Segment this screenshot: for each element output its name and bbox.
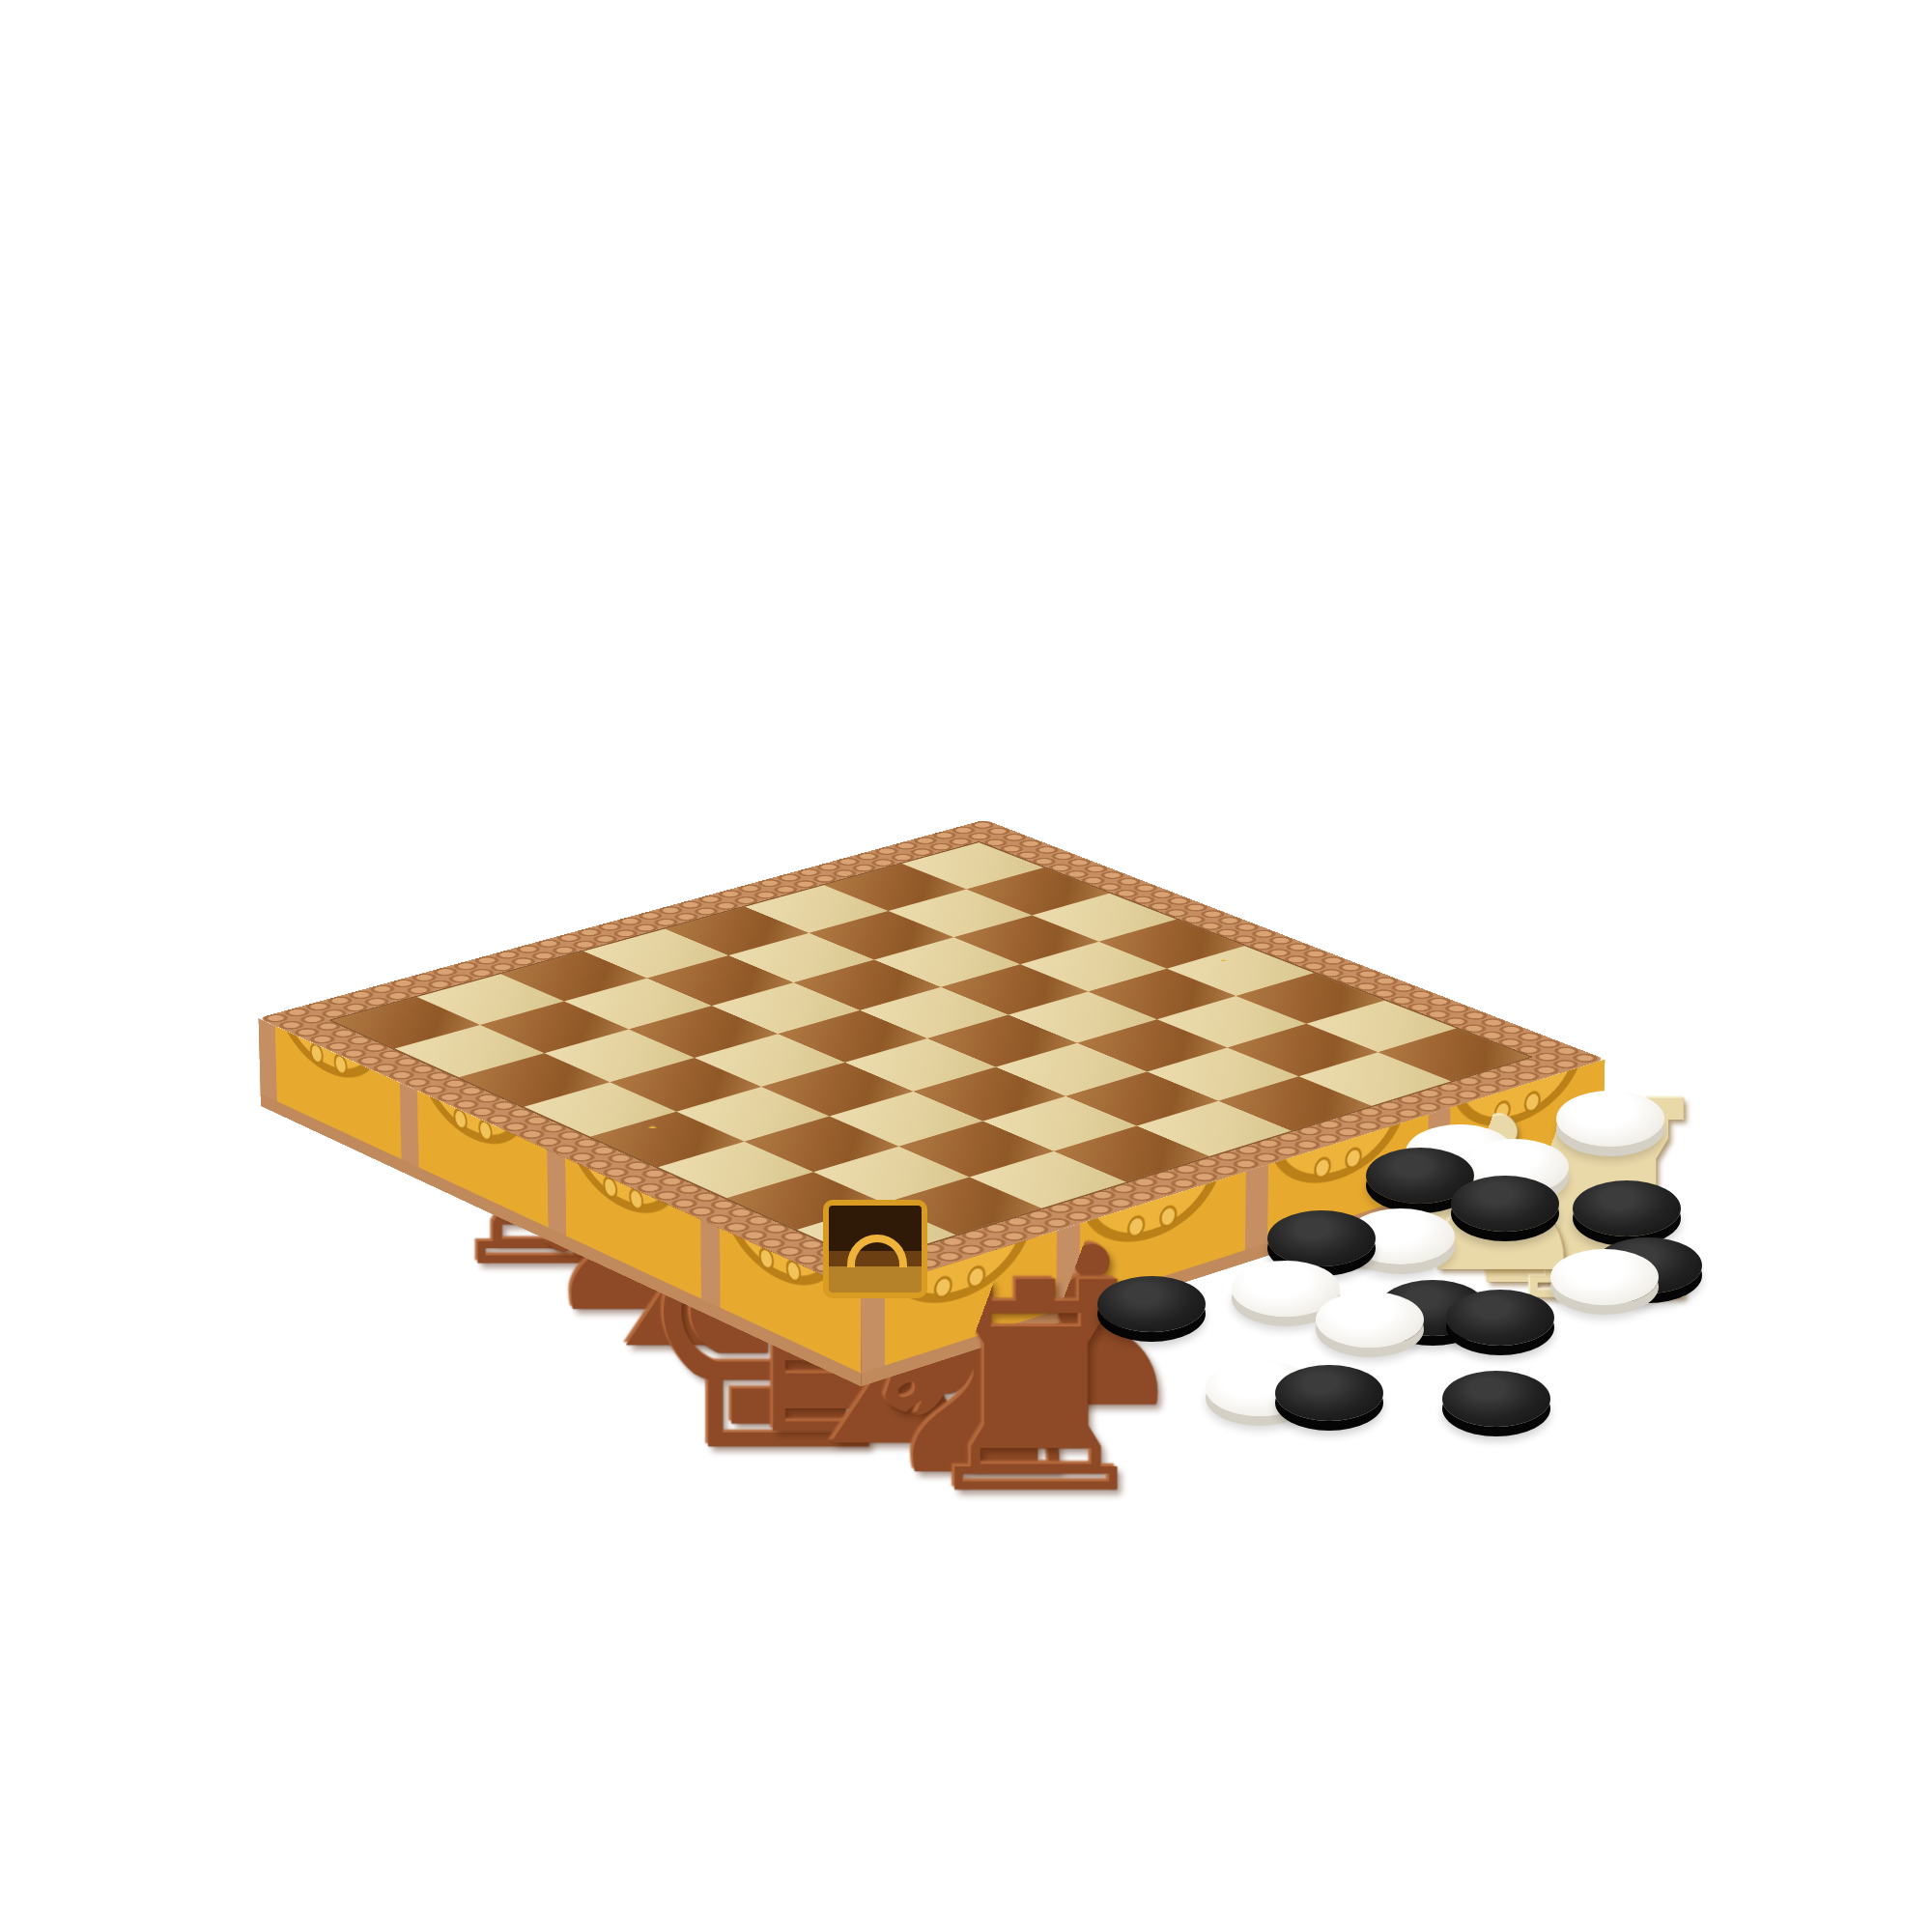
checkers-discs-pile — [0, 0, 1932, 1932]
checker-disc-black[interactable] — [1451, 1176, 1559, 1232]
checker-disc-black[interactable] — [1442, 1371, 1550, 1427]
checker-disc-black[interactable] — [1097, 1276, 1206, 1332]
checker-disc-white[interactable] — [1316, 1292, 1424, 1348]
checker-disc-white[interactable] — [1556, 1091, 1664, 1147]
product-photo: ♜♟♟♜♞♟♟♞♝♟♟♝♟♚♟♟♟♚♛♟♟♛♝♟♟♝♞♟♟♞♜♟♟♜ — [0, 0, 1932, 1932]
checker-disc-white[interactable] — [1550, 1249, 1659, 1305]
checker-disc-black[interactable] — [1275, 1365, 1383, 1421]
checker-disc-black[interactable] — [1573, 1180, 1681, 1236]
checker-disc-black[interactable] — [1267, 1210, 1376, 1266]
checker-disc-black[interactable] — [1446, 1290, 1554, 1346]
